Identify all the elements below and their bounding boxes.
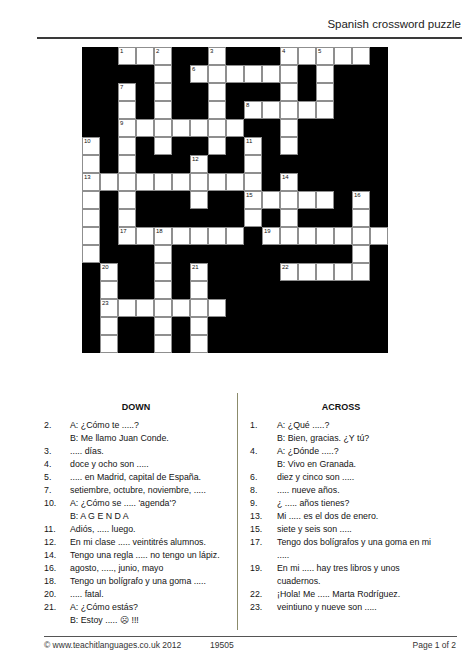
black-cell [352,317,370,335]
grid-cell[interactable] [334,47,352,65]
grid-cell[interactable] [244,173,262,191]
grid-cell[interactable] [190,173,208,191]
black-cell [82,335,100,353]
grid-cell[interactable] [280,83,298,101]
cell-number: 20 [102,264,109,271]
black-cell [226,137,244,155]
black-cell [244,83,262,101]
black-cell [280,245,298,263]
black-cell [262,263,280,281]
black-cell [280,155,298,173]
clue-number: 8. [250,484,277,497]
black-cell [370,119,388,137]
grid-cell[interactable] [280,101,298,119]
black-cell [316,173,334,191]
cell-number: 16 [354,192,361,199]
grid-cell[interactable] [226,119,244,137]
clue-number: 22. [250,588,277,601]
grid-cell[interactable] [154,173,172,191]
black-cell [226,281,244,299]
down-clue: 7.setiembre, octubre, noviembre, ..... [44,484,234,497]
grid-cell[interactable] [316,191,334,209]
black-cell [100,119,118,137]
down-clue: 16.agosto, ....., junio, mayo [44,562,234,575]
black-cell [334,299,352,317]
clue-number: 18. [44,575,70,588]
grid-cell[interactable] [208,227,226,245]
black-cell [298,65,316,83]
grid-cell[interactable] [154,245,172,263]
grid-cell[interactable] [136,299,154,317]
clue-line: B: Vivo en Granada. [277,458,462,471]
grid-cell[interactable] [280,65,298,83]
grid-cell[interactable] [316,227,334,245]
grid-cell[interactable] [352,227,370,245]
clue-line: Tengo un bolígrafo y una goma ..... [70,575,234,588]
black-cell [100,227,118,245]
grid-cell[interactable] [226,65,244,83]
grid-cell[interactable] [208,173,226,191]
clue-line: siete y seis son ..... [277,523,462,536]
grid-cell[interactable] [82,245,100,263]
page-title: Spanish crossword puzzle [327,18,461,30]
clue-line: B: A G E N D A [70,510,234,523]
grid-cell[interactable] [316,101,334,119]
cell-number: 17 [120,228,127,235]
black-cell [262,209,280,227]
grid-cell[interactable] [190,281,208,299]
black-cell [172,47,190,65]
grid-cell[interactable]: 16 [352,191,370,209]
clue-line: Adiós, ..... luego. [70,523,234,536]
grid-cell[interactable] [298,263,316,281]
black-cell [136,317,154,335]
across-clue-list: 1.A: ¿Qué .....?B: Bien, gracias. ¿Y tú?… [250,419,462,614]
black-cell [100,209,118,227]
grid-cell[interactable] [298,101,316,119]
clue-line: ¡Hola! Me ..... Marta Rodríguez. [277,588,462,601]
black-cell [334,209,352,227]
grid-cell[interactable] [190,335,208,353]
grid-cell[interactable] [154,299,172,317]
black-cell [334,101,352,119]
clue-number: 16. [44,562,70,575]
grid-cell[interactable] [82,155,100,173]
grid-cell[interactable] [190,119,208,137]
grid-cell[interactable]: 4 [280,47,298,65]
black-cell [100,191,118,209]
grid-cell[interactable] [136,119,154,137]
clue-number: 14. [44,549,70,562]
across-clue: 23.veintiuno y nueve son ..... [250,601,462,614]
down-heading: DOWN [37,402,235,412]
across-heading: ACROSS [245,402,437,412]
black-cell [262,83,280,101]
black-cell [172,317,190,335]
grid-cell[interactable]: 15 [244,191,262,209]
black-cell [172,101,190,119]
grid-cell[interactable]: 22 [280,263,298,281]
grid-cell[interactable] [280,137,298,155]
grid-cell[interactable] [262,191,280,209]
grid-cell[interactable] [118,101,136,119]
black-cell [154,155,172,173]
black-cell [316,209,334,227]
black-cell [244,299,262,317]
grid-cell[interactable] [172,119,190,137]
black-cell [262,299,280,317]
grid-cell[interactable] [370,227,388,245]
grid-cell[interactable]: 21 [190,263,208,281]
footer-doc-id: 19505 [210,640,234,650]
clue-line: B: Bien, gracias. ¿Y tú? [277,432,462,445]
grid-cell[interactable] [118,209,136,227]
black-cell [100,83,118,101]
across-clue: 8...... nueve años. [250,484,462,497]
grid-cell[interactable] [316,65,334,83]
clue-number: 17. [250,536,277,562]
grid-cell[interactable] [352,245,370,263]
black-cell [226,209,244,227]
black-cell [370,317,388,335]
black-cell [352,119,370,137]
black-cell [316,155,334,173]
black-cell [316,137,334,155]
black-cell [352,281,370,299]
black-cell [100,155,118,173]
black-cell [82,119,100,137]
grid-cell[interactable] [280,191,298,209]
black-cell [82,281,100,299]
cell-number: 4 [282,48,285,55]
black-cell [316,245,334,263]
grid-cell[interactable]: 14 [280,173,298,191]
cell-number: 2 [156,48,159,55]
black-cell [172,191,190,209]
black-cell [262,47,280,65]
grid-cell[interactable] [82,191,100,209]
grid-cell[interactable] [82,227,100,245]
black-cell [172,65,190,83]
black-cell [172,83,190,101]
black-cell [136,245,154,263]
clue-line: A: ¿Cómo estás? [70,601,234,614]
grid-cell[interactable] [262,101,280,119]
grid-cell[interactable] [118,191,136,209]
clue-line: Tengo una regla ..... no tengo un lápiz. [70,549,234,562]
black-cell [352,155,370,173]
grid-cell[interactable] [244,155,262,173]
black-cell [136,83,154,101]
grid-cell[interactable] [154,317,172,335]
black-cell [370,209,388,227]
black-cell [334,281,352,299]
black-cell [172,335,190,353]
grid-cell[interactable]: 19 [262,227,280,245]
clue-number: 2. [44,419,70,445]
black-cell [244,119,262,137]
black-cell [244,47,262,65]
grid-cell[interactable] [226,173,244,191]
grid-cell[interactable] [154,83,172,101]
grid-cell[interactable] [172,173,190,191]
grid-cell[interactable] [100,317,118,335]
clue-line: En mi clase ..... veintitrés alumnos. [70,536,234,549]
down-clue: 10.A: ¿Cómo se ..... 'agenda'?B: A G E N… [44,497,234,523]
grid-cell[interactable] [118,299,136,317]
black-cell [370,155,388,173]
black-cell [226,299,244,317]
clue-line: veintiuno y nueve son ..... [277,601,462,614]
grid-cell[interactable] [352,209,370,227]
clue-line: doce y ocho son ..... [70,458,234,471]
black-cell [208,317,226,335]
black-cell [82,65,100,83]
grid-cell[interactable]: 3 [208,47,226,65]
cell-number: 21 [192,264,199,271]
black-cell [172,281,190,299]
grid-cell[interactable] [172,227,190,245]
grid-cell[interactable] [100,281,118,299]
grid-cell[interactable]: 2 [154,47,172,65]
black-cell [82,47,100,65]
black-cell [82,83,100,101]
across-clue: 15.siete y seis son ..... [250,523,462,536]
grid-cell[interactable]: 6 [190,65,208,83]
grid-cell[interactable] [100,335,118,353]
grid-cell[interactable] [190,227,208,245]
clue-line: B: Me llamo Juan Conde. [70,432,234,445]
black-cell [136,101,154,119]
grid-cell[interactable]: 18 [154,227,172,245]
black-cell [118,245,136,263]
black-cell [208,263,226,281]
across-clue: 9.¿ ..... años tienes? [250,497,462,510]
black-cell [226,245,244,263]
cell-number: 15 [246,192,253,199]
grid-cell[interactable] [154,137,172,155]
grid-cell[interactable] [208,137,226,155]
black-cell [190,47,208,65]
grid-cell[interactable] [280,209,298,227]
clue-line: B: Estoy ..... ☹ !!! [70,614,234,627]
grid-cell[interactable] [154,65,172,83]
across-clue: 4.A: ¿Dónde .....?B: Vivo en Granada. [250,445,462,471]
black-cell [244,227,262,245]
clue-number: 3. [44,445,70,458]
grid-cell[interactable]: 8 [244,101,262,119]
grid-cell[interactable] [352,47,370,65]
down-clue: 18.Tengo un bolígrafo y una goma ..... [44,575,234,588]
grid-cell[interactable] [208,83,226,101]
grid-cell[interactable] [172,299,190,317]
clue-number: 11. [44,523,70,536]
clue-number: 7. [44,484,70,497]
black-cell [298,335,316,353]
grid-cell[interactable] [136,47,154,65]
grid-cell[interactable] [262,65,280,83]
grid-cell[interactable] [154,119,172,137]
clue-number: 5. [44,471,70,484]
clue-line: A: ¿Qué .....? [277,419,462,432]
grid-cell[interactable] [136,173,154,191]
clue-number: 21. [44,601,70,627]
black-cell [100,137,118,155]
grid-cell[interactable] [154,281,172,299]
black-cell [172,263,190,281]
black-cell [226,191,244,209]
grid-cell[interactable] [298,191,316,209]
black-cell [82,317,100,335]
grid-cell[interactable] [244,209,262,227]
grid-cell[interactable] [118,173,136,191]
black-cell [118,263,136,281]
black-cell [316,281,334,299]
black-cell [316,335,334,353]
grid-cell[interactable] [208,101,226,119]
grid-cell[interactable]: 9 [118,119,136,137]
footer-rule [44,636,457,637]
black-cell [370,299,388,317]
down-clue: 11.Adiós, ..... luego. [44,523,234,536]
black-cell [172,155,190,173]
clue-line: A: ¿Dónde .....? [277,445,462,458]
black-cell [82,101,100,119]
black-cell [370,245,388,263]
across-clue: 22.¡Hola! Me ..... Marta Rodríguez. [250,588,462,601]
clue-line: A: ¿Cómo se ..... 'agenda'? [70,497,234,510]
grid-cell[interactable]: 17 [118,227,136,245]
black-cell [334,83,352,101]
black-cell [208,191,226,209]
black-cell [172,245,190,263]
grid-cell[interactable]: 1 [118,47,136,65]
black-cell [136,155,154,173]
grid-cell[interactable] [334,227,352,245]
grid-cell[interactable] [316,83,334,101]
black-cell [118,65,136,83]
cell-number: 13 [84,174,91,181]
grid-cell[interactable]: 7 [118,83,136,101]
grid-cell[interactable] [118,137,136,155]
cell-number: 3 [210,48,213,55]
grid-cell[interactable] [208,119,226,137]
grid-cell[interactable]: 5 [316,47,334,65]
down-clue: 14.Tengo una regla ..... no tengo un láp… [44,549,234,562]
grid-cell[interactable] [334,263,352,281]
grid-cell[interactable] [82,209,100,227]
grid-cell[interactable] [154,101,172,119]
crossword-grid: 1234567891011121314151617181920212223 [82,47,388,353]
black-cell [334,173,352,191]
black-cell [262,317,280,335]
grid-cell[interactable] [190,299,208,317]
grid-cell[interactable] [190,317,208,335]
black-cell [82,263,100,281]
grid-cell[interactable]: 10 [82,137,100,155]
grid-cell[interactable] [208,65,226,83]
black-cell [136,209,154,227]
clue-line: Tengo dos bolígrafos y una goma en mi [277,536,462,549]
black-cell [334,155,352,173]
black-cell [352,83,370,101]
black-cell [262,245,280,263]
black-cell [352,65,370,83]
black-cell [190,209,208,227]
black-cell [298,245,316,263]
black-cell [226,101,244,119]
black-cell [244,245,262,263]
down-clue: 12.En mi clase ..... veintitrés alumnos. [44,536,234,549]
cell-number: 5 [318,48,321,55]
grid-cell[interactable] [136,227,154,245]
black-cell [262,119,280,137]
grid-cell[interactable] [298,227,316,245]
grid-cell[interactable] [118,155,136,173]
black-cell [100,245,118,263]
grid-cell[interactable] [280,227,298,245]
black-cell [208,335,226,353]
black-cell [226,155,244,173]
black-cell [316,299,334,317]
black-cell [370,263,388,281]
grid-cell[interactable]: 23 [100,299,118,317]
cell-number: 7 [120,84,123,91]
grid-cell[interactable] [190,191,208,209]
grid-cell[interactable] [154,263,172,281]
grid-cell[interactable]: 20 [100,263,118,281]
black-cell [136,263,154,281]
black-cell [334,137,352,155]
grid-cell[interactable] [316,263,334,281]
grid-cell[interactable] [298,47,316,65]
grid-cell[interactable] [280,119,298,137]
grid-cell[interactable] [352,263,370,281]
grid-cell[interactable]: 11 [244,137,262,155]
clue-line: setiembre, octubre, noviembre, ..... [70,484,234,497]
black-cell [118,281,136,299]
grid-cell[interactable]: 12 [190,155,208,173]
header-rule [37,37,462,39]
grid-cell[interactable] [208,299,226,317]
cell-number: 10 [84,138,91,145]
black-cell [172,137,190,155]
grid-cell[interactable] [226,227,244,245]
black-cell [244,335,262,353]
worksheet-page: Spanish crossword puzzle 123456789101112… [0,0,474,670]
black-cell [334,65,352,83]
grid-cell[interactable] [100,173,118,191]
cell-number: 8 [246,102,249,109]
down-clue: 4.doce y ocho son ..... [44,458,234,471]
black-cell [352,335,370,353]
black-cell [298,155,316,173]
black-cell [226,317,244,335]
black-cell [280,281,298,299]
black-cell [352,173,370,191]
grid-cell[interactable]: 13 [82,173,100,191]
black-cell [298,119,316,137]
black-cell [298,281,316,299]
black-cell [262,137,280,155]
grid-cell[interactable] [154,335,172,353]
black-cell [190,245,208,263]
black-cell [100,65,118,83]
grid-cell[interactable] [244,65,262,83]
black-cell [172,209,190,227]
black-cell [154,209,172,227]
cell-number: 18 [156,228,163,235]
